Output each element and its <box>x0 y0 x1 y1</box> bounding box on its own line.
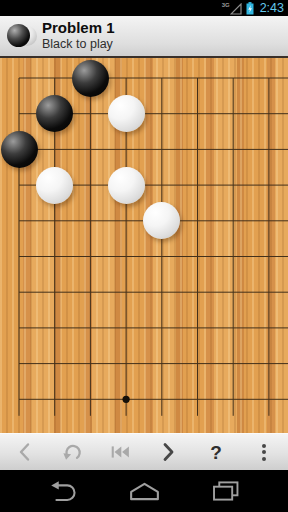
home-icon <box>128 481 161 502</box>
undo-button[interactable] <box>48 434 96 470</box>
back-move-button[interactable] <box>0 434 48 470</box>
back-arrow-icon <box>47 480 79 503</box>
status-bar: 3G 2:43 <box>0 0 288 16</box>
page-title: Problem 1 <box>42 19 115 36</box>
black-stone <box>1 131 38 168</box>
restart-button[interactable] <box>96 434 144 470</box>
question-mark-icon: ? <box>210 443 222 462</box>
black-stone <box>72 60 109 97</box>
phone-screen: 3G 2:43 Problem 1 Black to play <box>0 0 288 512</box>
nav-back-button[interactable] <box>33 474 93 508</box>
undo-arrow-icon <box>61 442 83 462</box>
network-type-label: 3G <box>222 2 230 8</box>
white-stone <box>108 167 145 204</box>
turn-indicator: Black to play <box>42 37 113 51</box>
problem-toolbar: ? <box>0 433 288 470</box>
android-nav-bar <box>0 470 288 512</box>
chevron-right-icon <box>162 442 175 462</box>
clock: 2:43 <box>260 1 284 15</box>
nav-home-button[interactable] <box>114 474 174 508</box>
hint-button[interactable]: ? <box>192 434 240 470</box>
white-stone <box>36 167 73 204</box>
battery-charging-icon <box>246 2 254 15</box>
black-stone-icon <box>7 24 30 47</box>
overflow-menu-button[interactable] <box>240 434 288 470</box>
signal-strength-icon: 3G <box>222 2 242 15</box>
white-stone <box>108 95 145 132</box>
overflow-dots-icon <box>262 444 266 461</box>
signal-triangle-icon <box>230 3 242 15</box>
recent-apps-icon <box>211 480 240 502</box>
go-stones-app-icon <box>7 23 37 49</box>
next-move-button[interactable] <box>144 434 192 470</box>
skip-to-start-icon <box>110 444 131 460</box>
nav-recents-button[interactable] <box>195 474 255 508</box>
go-board[interactable] <box>0 58 288 433</box>
chevron-left-icon <box>18 442 31 462</box>
app-header: Problem 1 Black to play <box>0 16 288 58</box>
star-point <box>123 396 130 403</box>
